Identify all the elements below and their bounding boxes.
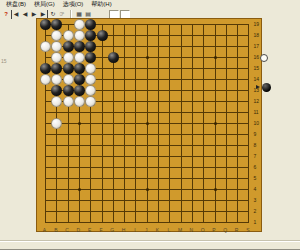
stone-white-A14 bbox=[40, 74, 51, 85]
grid-line-h bbox=[45, 178, 249, 179]
stone-black-A19 bbox=[40, 19, 51, 30]
stone-white-C16 bbox=[63, 52, 74, 63]
grid-line-h bbox=[45, 222, 249, 223]
grid-line-v bbox=[248, 24, 249, 223]
row-label-3: 3 bbox=[253, 198, 256, 203]
grid-line-v bbox=[192, 24, 193, 223]
stone-black-C17 bbox=[63, 41, 74, 52]
row-label-14: 14 bbox=[253, 77, 259, 82]
col-label-A: A bbox=[41, 227, 49, 233]
col-label-L: L bbox=[165, 227, 173, 233]
col-label-M: M bbox=[176, 227, 184, 233]
row-label-4: 4 bbox=[253, 187, 256, 192]
star-point bbox=[146, 122, 149, 125]
stone-white-D19 bbox=[74, 19, 85, 30]
grid-line-h bbox=[45, 167, 249, 168]
stone-black-E18 bbox=[85, 30, 96, 41]
stone-black-B15 bbox=[51, 63, 62, 74]
star-point bbox=[78, 122, 81, 125]
stone-black-D13 bbox=[74, 85, 85, 96]
col-label-S: S bbox=[244, 227, 252, 233]
grid-line-v bbox=[181, 24, 182, 223]
col-label-K: K bbox=[154, 227, 162, 233]
stone-white-E15 bbox=[85, 63, 96, 74]
stone-black-A15 bbox=[40, 63, 51, 74]
stone-white-B10 bbox=[51, 118, 62, 129]
col-label-B: B bbox=[52, 227, 60, 233]
row-label-16: 16 bbox=[253, 55, 259, 60]
row-label-11: 11 bbox=[253, 110, 258, 115]
grid-line-h bbox=[45, 200, 249, 201]
go-app-window: 棋盘(B)棋局(G)选项(O)帮助(H) ?◀◀▶▶↻☞▦▤ 15 191817… bbox=[0, 0, 300, 250]
stone-white-D12 bbox=[74, 96, 85, 107]
help-button[interactable]: ? bbox=[2, 10, 10, 19]
grid-line-v bbox=[237, 24, 238, 223]
star-point bbox=[214, 122, 217, 125]
stone-black-B19 bbox=[51, 19, 62, 30]
col-label-F: F bbox=[97, 227, 105, 233]
row-label-2: 2 bbox=[253, 209, 256, 214]
stone-white-E12 bbox=[85, 96, 96, 107]
stone-white-A17 bbox=[40, 41, 51, 52]
go-first-button[interactable]: ◀ bbox=[11, 10, 20, 19]
row-label-15: 15 bbox=[253, 66, 259, 71]
stone-white-D16 bbox=[74, 52, 85, 63]
stone-black-E16 bbox=[85, 52, 96, 63]
grid-line-h bbox=[45, 211, 249, 212]
stone-black-C15 bbox=[63, 63, 74, 74]
menu-item-1[interactable]: 棋盘(B) bbox=[4, 0, 28, 9]
stone-white-C18 bbox=[63, 30, 74, 41]
col-label-P: P bbox=[210, 227, 218, 233]
column-labels: ABCDEFGHIJKLMNOPQRS bbox=[36, 226, 262, 235]
col-label-D: D bbox=[74, 227, 82, 233]
stone-white-D18 bbox=[74, 30, 85, 41]
status-bar bbox=[0, 240, 300, 242]
stone-black-E19 bbox=[85, 19, 96, 30]
row-label-18: 18 bbox=[253, 33, 259, 38]
stone-black-D15 bbox=[74, 63, 85, 74]
row-label-7: 7 bbox=[253, 154, 256, 159]
col-label-E: E bbox=[86, 227, 94, 233]
col-label-C: C bbox=[63, 227, 71, 233]
turn-marker-icon bbox=[256, 85, 260, 89]
go-board[interactable]: 19181716151413121110987654321 bbox=[36, 18, 262, 232]
col-label-G: G bbox=[108, 227, 116, 233]
grid-line-h bbox=[45, 134, 249, 135]
stone-black-E17 bbox=[85, 41, 96, 52]
menu-item-2[interactable]: 棋局(G) bbox=[32, 0, 57, 9]
grid-line-h bbox=[45, 145, 249, 146]
stone-white-B12 bbox=[51, 96, 62, 107]
toolbar-separator bbox=[70, 10, 72, 18]
row-label-10: 10 bbox=[253, 121, 259, 126]
row-label-17: 17 bbox=[253, 44, 259, 49]
col-label-N: N bbox=[187, 227, 195, 233]
move-number-label: 15 bbox=[1, 58, 7, 64]
grid-line-v bbox=[226, 24, 227, 223]
row-label-5: 5 bbox=[253, 176, 256, 181]
star-point bbox=[146, 188, 149, 191]
stone-black-C13 bbox=[63, 85, 74, 96]
star-point bbox=[214, 188, 217, 191]
col-label-J: J bbox=[142, 227, 150, 233]
col-label-R: R bbox=[233, 227, 241, 233]
stone-black-G16 bbox=[108, 52, 119, 63]
black-stone-indicator[interactable] bbox=[262, 83, 271, 92]
row-label-12: 12 bbox=[253, 99, 259, 104]
stone-white-B14 bbox=[51, 74, 62, 85]
stone-white-B17 bbox=[51, 41, 62, 52]
white-stone-indicator[interactable] bbox=[260, 54, 268, 62]
menu-item-3[interactable]: 选项(O) bbox=[61, 0, 86, 9]
stone-white-B18 bbox=[51, 30, 62, 41]
col-label-O: O bbox=[199, 227, 207, 233]
row-label-8: 8 bbox=[253, 143, 256, 148]
row-label-9: 9 bbox=[253, 132, 256, 137]
star-point bbox=[146, 56, 149, 59]
step-back-button[interactable]: ◀ bbox=[21, 10, 29, 19]
stone-black-D14 bbox=[74, 74, 85, 85]
stone-black-B13 bbox=[51, 85, 62, 96]
row-label-1: 1 bbox=[253, 220, 256, 225]
star-point bbox=[214, 56, 217, 59]
grid-line-v bbox=[158, 24, 159, 223]
row-label-6: 6 bbox=[253, 165, 256, 170]
col-label-Q: Q bbox=[221, 227, 229, 233]
row-label-19: 19 bbox=[253, 22, 259, 27]
grid-line-v bbox=[203, 24, 204, 223]
menu-bar: 棋盘(B)棋局(G)选项(O)帮助(H) bbox=[0, 0, 300, 9]
grid-line-h bbox=[45, 156, 249, 157]
stone-white-C14 bbox=[63, 74, 74, 85]
stone-white-C12 bbox=[63, 96, 74, 107]
menu-item-4[interactable]: 帮助(H) bbox=[89, 0, 113, 9]
stone-white-E13 bbox=[85, 85, 96, 96]
star-point bbox=[78, 188, 81, 191]
col-label-I: I bbox=[131, 227, 139, 233]
stone-white-E14 bbox=[85, 74, 96, 85]
stone-black-F18 bbox=[97, 30, 108, 41]
stone-white-B16 bbox=[51, 52, 62, 63]
stone-black-D17 bbox=[74, 41, 85, 52]
grid-line-v bbox=[169, 24, 170, 223]
col-label-H: H bbox=[120, 227, 128, 233]
